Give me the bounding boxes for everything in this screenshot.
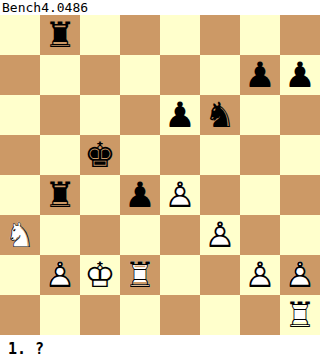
white-pawn-piece: ♟ (240, 255, 280, 295)
square-e7 (160, 55, 200, 95)
square-g2: ♟♙ (240, 255, 280, 295)
square-e3 (160, 215, 200, 255)
square-f5 (200, 135, 240, 175)
white-pawn-piece: ♟ (200, 215, 240, 255)
square-a8 (0, 15, 40, 55)
square-h4 (280, 175, 320, 215)
square-g4 (240, 175, 280, 215)
white-pawn-piece: ♟ (280, 255, 320, 295)
square-f3: ♟♙ (200, 215, 240, 255)
white-rook-piece-outline: ♖ (280, 295, 320, 335)
square-h8 (280, 15, 320, 55)
square-g3 (240, 215, 280, 255)
square-d1 (120, 295, 160, 335)
square-g6 (240, 95, 280, 135)
black-pawn-piece: ♟ (280, 55, 320, 95)
white-pawn-piece-outline: ♙ (280, 255, 320, 295)
square-a5 (0, 135, 40, 175)
square-c3 (80, 215, 120, 255)
square-b6 (40, 95, 80, 135)
square-c1 (80, 295, 120, 335)
white-pawn-piece-outline: ♙ (240, 255, 280, 295)
white-king-piece-outline: ♔ (80, 255, 120, 295)
move-prompt: 1. ? (0, 335, 320, 360)
benchmark-title: Bench4.0486 (0, 0, 320, 15)
square-c7 (80, 55, 120, 95)
square-e6: ♟ (160, 95, 200, 135)
square-b4: ♜ (40, 175, 80, 215)
square-b7 (40, 55, 80, 95)
square-c6 (80, 95, 120, 135)
square-d4: ♟ (120, 175, 160, 215)
square-b5 (40, 135, 80, 175)
square-f1 (200, 295, 240, 335)
square-b2: ♟♙ (40, 255, 80, 295)
square-d5 (120, 135, 160, 175)
black-rook-piece: ♜ (40, 175, 80, 215)
white-pawn-piece-outline: ♙ (160, 175, 200, 215)
black-pawn-piece: ♟ (240, 55, 280, 95)
square-f7 (200, 55, 240, 95)
square-d2: ♜♖ (120, 255, 160, 295)
square-g8 (240, 15, 280, 55)
white-knight-piece-outline: ♘ (0, 215, 40, 255)
square-e5 (160, 135, 200, 175)
chess-board: ♜♟♟♟♞♚♜♟♟♙♞♘♟♙♟♙♚♔♜♖♟♙♟♙♜♖ (0, 15, 320, 335)
square-b3 (40, 215, 80, 255)
square-b8: ♜ (40, 15, 80, 55)
black-king-piece: ♚ (80, 135, 120, 175)
square-a2 (0, 255, 40, 295)
white-pawn-piece: ♟ (40, 255, 80, 295)
square-f8 (200, 15, 240, 55)
square-e4: ♟♙ (160, 175, 200, 215)
square-f2 (200, 255, 240, 295)
black-pawn-piece: ♟ (160, 95, 200, 135)
square-e1 (160, 295, 200, 335)
white-knight-piece: ♞ (0, 215, 40, 255)
square-h7: ♟ (280, 55, 320, 95)
square-a6 (0, 95, 40, 135)
square-d8 (120, 15, 160, 55)
square-e2 (160, 255, 200, 295)
square-g7: ♟ (240, 55, 280, 95)
black-knight-piece: ♞ (200, 95, 240, 135)
square-h5 (280, 135, 320, 175)
square-d6 (120, 95, 160, 135)
white-pawn-piece-outline: ♙ (200, 215, 240, 255)
square-h3 (280, 215, 320, 255)
white-rook-piece: ♜ (120, 255, 160, 295)
square-g1 (240, 295, 280, 335)
square-a1 (0, 295, 40, 335)
white-rook-piece: ♜ (280, 295, 320, 335)
square-d7 (120, 55, 160, 95)
black-rook-piece: ♜ (40, 15, 80, 55)
square-a4 (0, 175, 40, 215)
square-h2: ♟♙ (280, 255, 320, 295)
black-pawn-piece: ♟ (120, 175, 160, 215)
white-king-piece: ♚ (80, 255, 120, 295)
square-a3: ♞♘ (0, 215, 40, 255)
square-f6: ♞ (200, 95, 240, 135)
square-h6 (280, 95, 320, 135)
white-rook-piece-outline: ♖ (120, 255, 160, 295)
square-d3 (120, 215, 160, 255)
square-c2: ♚♔ (80, 255, 120, 295)
square-a7 (0, 55, 40, 95)
square-g5 (240, 135, 280, 175)
white-pawn-piece-outline: ♙ (40, 255, 80, 295)
square-b1 (40, 295, 80, 335)
square-c8 (80, 15, 120, 55)
square-c4 (80, 175, 120, 215)
square-h1: ♜♖ (280, 295, 320, 335)
square-f4 (200, 175, 240, 215)
white-pawn-piece: ♟ (160, 175, 200, 215)
square-e8 (160, 15, 200, 55)
square-c5: ♚ (80, 135, 120, 175)
